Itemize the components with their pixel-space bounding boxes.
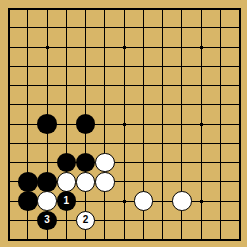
stones-layer: 132 xyxy=(0,0,247,247)
black-stone xyxy=(37,172,57,192)
black-stone xyxy=(37,114,57,134)
black-stone: 3 xyxy=(37,211,57,231)
black-stone: 1 xyxy=(57,191,77,211)
move-number-label: 3 xyxy=(44,215,50,225)
white-stone xyxy=(172,191,192,211)
go-board-diagram: 132 xyxy=(0,0,247,247)
move-number-label: 1 xyxy=(63,196,69,206)
move-number-label: 2 xyxy=(83,215,89,225)
white-stone xyxy=(95,172,115,192)
white-stone xyxy=(95,153,115,173)
black-stone xyxy=(18,172,38,192)
white-stone: 2 xyxy=(76,211,96,231)
black-stone xyxy=(57,153,77,173)
white-stone xyxy=(37,191,57,211)
white-stone xyxy=(76,172,96,192)
white-stone xyxy=(57,172,77,192)
black-stone xyxy=(18,191,38,211)
white-stone xyxy=(134,191,154,211)
black-stone xyxy=(76,114,96,134)
black-stone xyxy=(76,153,96,173)
